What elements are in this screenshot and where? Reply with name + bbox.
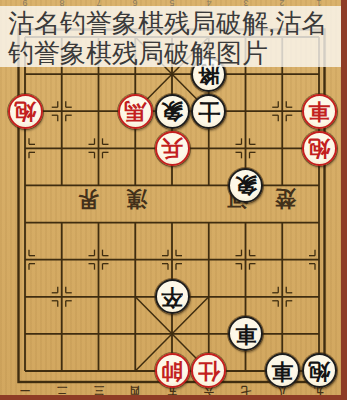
piece-glyph: 仕	[198, 360, 220, 382]
piece-glyph: 車	[308, 100, 330, 122]
piece-glyph: 卒	[161, 286, 183, 308]
title-overlay: 沽名钓誉象棋残局破解,沽名 钓誉象棋残局破解图片	[0, 6, 347, 67]
piece-glyph: 車	[271, 360, 293, 382]
piece-red-horse-d3[interactable]: 馬	[118, 94, 153, 129]
piece-glyph: 炮	[14, 100, 36, 122]
piece-black-chariot-g9[interactable]: 車	[228, 316, 263, 351]
piece-black-advisor-f3[interactable]: 士	[191, 94, 226, 129]
photo-frame-bottom	[0, 395, 347, 400]
piece-glyph: 象	[161, 100, 183, 122]
piece-glyph: 炮	[308, 360, 330, 382]
piece-black-soldier-e8[interactable]: 卒	[155, 279, 190, 314]
piece-red-general-e10[interactable]: 帥	[155, 353, 190, 388]
piece-glyph: 士	[198, 100, 220, 122]
title-line-1: 沽名钓誉象棋残局破解,沽名	[8, 8, 347, 38]
piece-black-elephant-e3[interactable]: 象	[155, 94, 190, 129]
piece-black-elephant-g5[interactable]: 象	[228, 168, 263, 203]
xiangqi-diagram: 987654321 一二三四五六七八九 漢界 楚河 炮馬象士車將兵炮象卒車帥仕車…	[0, 0, 347, 400]
piece-red-cannon-a3[interactable]: 炮	[8, 94, 43, 129]
piece-glyph: 炮	[308, 137, 330, 159]
piece-red-soldier-e4[interactable]: 兵	[155, 131, 190, 166]
piece-red-cannon-i4[interactable]: 炮	[302, 131, 337, 166]
piece-glyph: 兵	[161, 137, 183, 159]
piece-red-chariot-i3[interactable]: 車	[302, 94, 337, 129]
piece-glyph: 馬	[124, 100, 146, 122]
piece-red-advisor-f10[interactable]: 仕	[191, 353, 226, 388]
title-line-2: 钓誉象棋残局破解图片	[8, 38, 347, 67]
piece-glyph: 帥	[161, 360, 183, 382]
piece-glyph: 車	[235, 323, 257, 345]
piece-black-chariot-h10[interactable]: 車	[265, 353, 300, 388]
piece-glyph: 象	[235, 174, 257, 196]
piece-black-cannon-i10[interactable]: 炮	[302, 353, 337, 388]
river-text-left: 漢界	[51, 185, 147, 213]
photo-frame-right	[341, 0, 347, 400]
